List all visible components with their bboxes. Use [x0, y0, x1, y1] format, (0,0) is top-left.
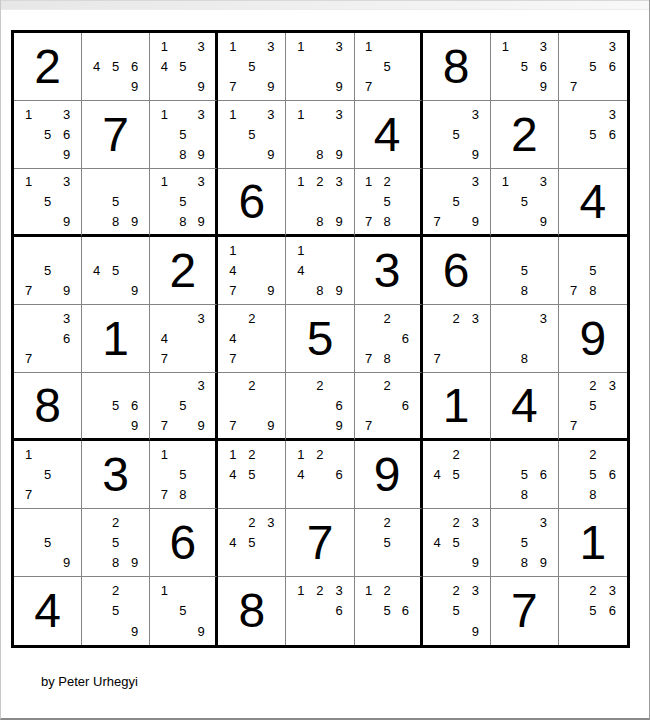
candidate-3	[466, 444, 485, 464]
candidate-1	[496, 308, 515, 328]
candidate-4	[496, 192, 515, 212]
candidate-3	[192, 444, 210, 464]
cell-r1c6[interactable]: 157	[355, 33, 423, 101]
candidate-2	[310, 240, 329, 260]
candidate-1	[87, 36, 106, 56]
candidate-2	[515, 172, 534, 192]
candidate-2: 2	[378, 376, 396, 396]
candidate-1	[496, 444, 515, 464]
candidate-9	[603, 415, 622, 435]
cell-r1c1[interactable]: 2	[14, 33, 82, 101]
cell-r6c9[interactable]: 2357	[559, 373, 627, 441]
cell-r8c3[interactable]: 6	[150, 509, 218, 577]
candidate-3	[261, 308, 280, 328]
cell-r6c2[interactable]: 569	[82, 373, 150, 441]
cell-r7c3[interactable]: 1578	[150, 441, 218, 509]
cell-r5c7[interactable]: 237	[423, 305, 491, 373]
candidate-4: 4	[223, 260, 242, 280]
cell-r4c1[interactable]: 579	[14, 237, 82, 305]
candidate-9: 9	[125, 77, 144, 97]
cell-r4c2[interactable]: 459	[82, 237, 150, 305]
candidate-9	[192, 349, 210, 369]
candidate-7	[291, 621, 310, 642]
pencil-marks: 1578	[150, 441, 215, 508]
pencil-marks: 568	[491, 441, 558, 508]
candidate-7: 7	[360, 211, 378, 231]
candidate-4: 4	[428, 532, 447, 552]
candidate-3	[534, 240, 553, 260]
candidate-2	[106, 240, 125, 260]
cell-r6c7[interactable]: 1	[423, 373, 491, 441]
candidate-7	[291, 415, 310, 435]
candidate-7	[87, 553, 106, 573]
cell-r8c4[interactable]: 2345	[218, 509, 286, 577]
cell-r1c2[interactable]: 4569	[82, 33, 150, 101]
candidate-8	[38, 211, 57, 231]
cell-r4c9[interactable]: 578	[559, 237, 627, 305]
cell-r1c5[interactable]: 139	[286, 33, 354, 101]
candidate-4	[360, 532, 378, 552]
candidate-4	[564, 464, 583, 484]
cell-r2c4[interactable]: 1359	[218, 101, 286, 169]
candidate-2: 2	[106, 512, 125, 532]
candidate-2: 2	[242, 376, 261, 396]
candidate-1	[564, 580, 583, 601]
candidate-3: 3	[192, 172, 210, 192]
candidate-8	[515, 77, 534, 97]
candidate-1	[496, 512, 515, 532]
candidate-9: 9	[466, 553, 485, 573]
cell-r3c9[interactable]: 4	[559, 169, 627, 237]
author-caption: by Peter Urhegyi	[41, 674, 138, 689]
candidate-2	[174, 172, 192, 192]
cell-r2c5[interactable]: 1389	[286, 101, 354, 169]
candidate-3	[261, 376, 280, 396]
candidate-5: 5	[106, 56, 125, 76]
cell-r7c6[interactable]: 9	[355, 441, 423, 509]
pencil-marks: 459	[82, 237, 149, 304]
cell-r5c1[interactable]: 367	[14, 305, 82, 373]
cell-r5c9[interactable]: 9	[559, 305, 627, 373]
cell-r1c8[interactable]: 13569	[491, 33, 559, 101]
cell-r3c2[interactable]: 589	[82, 169, 150, 237]
candidate-8	[583, 145, 602, 165]
cell-r8c7[interactable]: 23459	[423, 509, 491, 577]
cell-r4c8[interactable]: 58	[491, 237, 559, 305]
cell-r2c7[interactable]: 359	[423, 101, 491, 169]
candidate-9	[603, 485, 622, 505]
cell-r3c6[interactable]: 12578	[355, 169, 423, 237]
candidate-3: 3	[466, 512, 485, 532]
candidate-6	[534, 532, 553, 552]
candidate-6: 6	[57, 328, 76, 348]
candidate-3: 3	[330, 172, 349, 192]
candidate-9	[466, 485, 485, 505]
candidate-2: 2	[378, 172, 396, 192]
candidate-3	[125, 172, 144, 192]
candidate-3	[57, 444, 76, 464]
cell-r7c7[interactable]: 245	[423, 441, 491, 509]
cell-r3c5[interactable]: 12389	[286, 169, 354, 237]
cell-value: 1	[580, 519, 607, 567]
cell-r2c3[interactable]: 13589	[150, 101, 218, 169]
pencil-marks: 569	[82, 373, 149, 438]
cell-r8c8[interactable]: 3589	[491, 509, 559, 577]
cell-r5c8[interactable]: 38	[491, 305, 559, 373]
cell-r7c4[interactable]: 1245	[218, 441, 286, 509]
cell-value: 8	[443, 43, 470, 91]
candidate-4	[564, 260, 583, 280]
pencil-marks: 2678	[355, 305, 420, 372]
pencil-marks: 2568	[559, 441, 627, 508]
candidate-5: 5	[515, 260, 534, 280]
cell-r4c6[interactable]: 3	[355, 237, 423, 305]
candidate-4	[291, 601, 310, 622]
candidate-6	[330, 124, 349, 144]
candidate-6: 6	[396, 396, 414, 416]
pencil-marks: 12578	[355, 169, 420, 234]
cell-r4c7[interactable]: 6	[423, 237, 491, 305]
candidate-8	[38, 485, 57, 505]
candidate-8: 8	[310, 281, 329, 301]
candidate-7	[428, 553, 447, 573]
cell-r9c5[interactable]: 1236	[286, 577, 354, 645]
candidate-1	[428, 580, 447, 601]
candidate-4	[428, 192, 447, 212]
cell-r7c5[interactable]: 1246	[286, 441, 354, 509]
candidate-4	[496, 532, 515, 552]
candidate-4	[87, 192, 106, 212]
candidate-5: 5	[378, 192, 396, 212]
candidate-5: 5	[447, 601, 466, 622]
candidate-3: 3	[603, 36, 622, 56]
candidate-3	[396, 512, 414, 532]
cell-value: 4	[580, 178, 607, 226]
candidate-8	[242, 485, 261, 505]
cell-r5c2[interactable]: 1	[82, 305, 150, 373]
candidate-1: 1	[496, 36, 515, 56]
pencil-marks: 59	[14, 509, 81, 576]
cell-r6c3[interactable]: 3579	[150, 373, 218, 441]
cell-r2c1[interactable]: 13569	[14, 101, 82, 169]
candidate-5: 5	[242, 464, 261, 484]
cell-r4c3[interactable]: 2	[150, 237, 218, 305]
candidate-6	[57, 464, 76, 484]
candidate-6: 6	[534, 464, 553, 484]
pencil-marks: 1245	[218, 441, 285, 508]
candidate-7: 7	[360, 415, 378, 435]
candidate-7: 7	[155, 485, 173, 505]
cell-r7c2[interactable]: 3	[82, 441, 150, 509]
candidate-5	[242, 260, 261, 280]
candidate-7	[360, 621, 378, 642]
candidate-4	[19, 192, 38, 212]
candidate-1	[87, 512, 106, 532]
candidate-5: 5	[447, 532, 466, 552]
cell-r5c3[interactable]: 347	[150, 305, 218, 373]
cell-r3c7[interactable]: 3579	[423, 169, 491, 237]
candidate-9: 9	[57, 145, 76, 165]
pencil-marks: 58	[491, 237, 558, 304]
candidate-8: 8	[515, 281, 534, 301]
candidate-6	[192, 192, 210, 212]
candidate-3: 3	[57, 172, 76, 192]
cell-r1c9[interactable]: 3567	[559, 33, 627, 101]
candidate-5: 5	[38, 124, 57, 144]
candidate-7	[291, 211, 310, 231]
candidate-7	[223, 145, 242, 165]
candidate-5: 5	[174, 601, 192, 622]
cell-r3c8[interactable]: 1359	[491, 169, 559, 237]
candidate-3	[330, 444, 349, 464]
cell-r6c5[interactable]: 269	[286, 373, 354, 441]
candidate-4	[428, 328, 447, 348]
candidate-3: 3	[534, 172, 553, 192]
candidate-6	[534, 328, 553, 348]
cell-r7c9[interactable]: 2568	[559, 441, 627, 509]
candidate-1	[19, 512, 38, 532]
candidate-8	[378, 415, 396, 435]
candidate-4	[564, 601, 583, 622]
candidate-4	[87, 396, 106, 416]
candidate-9	[534, 281, 553, 301]
candidate-7	[155, 621, 173, 642]
candidate-2	[174, 36, 192, 56]
candidate-2	[174, 308, 192, 328]
candidate-6	[192, 328, 210, 348]
candidate-3: 3	[330, 580, 349, 601]
cell-r8c6[interactable]: 25	[355, 509, 423, 577]
candidate-9: 9	[466, 145, 485, 165]
cell-r4c4[interactable]: 1479	[218, 237, 286, 305]
candidate-1: 1	[496, 172, 515, 192]
candidate-3	[125, 240, 144, 260]
candidate-5: 5	[583, 124, 602, 144]
candidate-9	[57, 485, 76, 505]
cell-r8c1[interactable]: 59	[14, 509, 82, 577]
cell-r9c2[interactable]: 259	[82, 577, 150, 645]
candidate-5	[310, 601, 329, 622]
pencil-marks: 237	[423, 305, 490, 372]
candidate-8	[447, 349, 466, 369]
candidate-5: 5	[515, 56, 534, 76]
candidate-8	[106, 77, 125, 97]
candidate-2: 2	[447, 512, 466, 532]
candidate-1	[87, 376, 106, 396]
candidate-9: 9	[261, 77, 280, 97]
candidate-4	[360, 396, 378, 416]
candidate-2	[583, 104, 602, 124]
cell-r6c1[interactable]: 8	[14, 373, 82, 441]
pencil-marks: 2345	[218, 509, 285, 576]
pencil-marks: 13569	[14, 101, 81, 168]
candidate-6: 6	[396, 328, 414, 348]
candidate-2: 2	[583, 580, 602, 601]
candidate-3	[125, 512, 144, 532]
candidate-7: 7	[19, 281, 38, 301]
candidate-8: 8	[106, 553, 125, 573]
cell-r1c3[interactable]: 13459	[150, 33, 218, 101]
candidate-1: 1	[223, 240, 242, 260]
cell-r4c5[interactable]: 1489	[286, 237, 354, 305]
puzzle-window: 2456913459135791391578135693567135697135…	[0, 0, 650, 720]
candidate-1	[564, 376, 583, 396]
candidate-6	[466, 464, 485, 484]
cell-r8c5[interactable]: 7	[286, 509, 354, 577]
candidate-8: 8	[310, 145, 329, 165]
candidate-1: 1	[155, 104, 173, 124]
candidate-4: 4	[291, 260, 310, 280]
candidate-6	[57, 532, 76, 552]
candidate-1: 1	[291, 444, 310, 464]
cell-r1c7[interactable]: 8	[423, 33, 491, 101]
candidate-9: 9	[192, 621, 210, 642]
candidate-5: 5	[174, 124, 192, 144]
candidate-7: 7	[428, 349, 447, 369]
candidate-7	[564, 621, 583, 642]
candidate-8: 8	[583, 281, 602, 301]
cell-r9c1[interactable]: 4	[14, 577, 82, 645]
candidate-2: 2	[378, 512, 396, 532]
candidate-5: 5	[583, 56, 602, 76]
candidate-1: 1	[223, 444, 242, 464]
candidate-1: 1	[291, 36, 310, 56]
candidate-4	[19, 464, 38, 484]
cell-r9c6[interactable]: 1256	[355, 577, 423, 645]
cell-r5c4[interactable]: 247	[218, 305, 286, 373]
candidate-6	[125, 601, 144, 622]
candidate-8	[38, 349, 57, 369]
cell-r2c2[interactable]: 7	[82, 101, 150, 169]
candidate-1: 1	[155, 36, 173, 56]
cell-r8c9[interactable]: 1	[559, 509, 627, 577]
candidate-1: 1	[291, 104, 310, 124]
cell-r5c5[interactable]: 5	[286, 305, 354, 373]
cell-r3c1[interactable]: 1359	[14, 169, 82, 237]
candidate-9	[396, 77, 414, 97]
candidate-1	[428, 104, 447, 124]
candidate-6: 6	[125, 396, 144, 416]
cell-r9c8[interactable]: 7	[491, 577, 559, 645]
cell-r7c8[interactable]: 568	[491, 441, 559, 509]
candidate-4	[564, 396, 583, 416]
candidate-4	[155, 601, 173, 622]
candidate-1	[155, 376, 173, 396]
pencil-marks: 13579	[218, 33, 285, 100]
candidate-1: 1	[155, 580, 173, 601]
candidate-4	[19, 328, 38, 348]
candidate-4	[360, 192, 378, 212]
candidate-9: 9	[192, 415, 210, 435]
cell-r2c8[interactable]: 2	[491, 101, 559, 169]
candidate-4	[155, 396, 173, 416]
candidate-4	[291, 124, 310, 144]
candidate-8	[174, 77, 192, 97]
cell-r9c7[interactable]: 2359	[423, 577, 491, 645]
candidate-5: 5	[583, 464, 602, 484]
cell-r1c4[interactable]: 13579	[218, 33, 286, 101]
cell-r5c6[interactable]: 2678	[355, 305, 423, 373]
candidate-3: 3	[261, 512, 280, 532]
candidate-2: 2	[310, 580, 329, 601]
candidate-1	[564, 104, 583, 124]
candidate-7: 7	[155, 349, 173, 369]
candidate-5: 5	[174, 464, 192, 484]
cell-value: 1	[102, 315, 129, 363]
cell-r6c4[interactable]: 279	[218, 373, 286, 441]
cell-r8c2[interactable]: 2589	[82, 509, 150, 577]
candidate-2	[174, 580, 192, 601]
candidate-3	[330, 240, 349, 260]
cell-value: 2	[34, 43, 61, 91]
pencil-marks: 13459	[150, 33, 215, 100]
candidate-7	[87, 281, 106, 301]
candidate-8	[242, 281, 261, 301]
cell-r9c3[interactable]: 159	[150, 577, 218, 645]
candidate-1: 1	[223, 36, 242, 56]
candidate-8	[447, 553, 466, 573]
candidate-4	[291, 192, 310, 212]
candidate-4: 4	[223, 328, 242, 348]
candidate-5: 5	[583, 601, 602, 622]
cell-value: 1	[443, 382, 470, 430]
candidate-8	[242, 77, 261, 97]
candidate-5: 5	[378, 601, 396, 622]
cell-r2c6[interactable]: 4	[355, 101, 423, 169]
candidate-9	[534, 349, 553, 369]
candidate-2: 2	[447, 580, 466, 601]
candidate-8	[242, 349, 261, 369]
cell-r9c4[interactable]: 8	[218, 577, 286, 645]
candidate-4: 4	[87, 56, 106, 76]
candidate-8	[378, 621, 396, 642]
pencil-marks: 1256	[355, 577, 420, 645]
pencil-marks: 269	[286, 373, 353, 438]
candidate-8	[242, 145, 261, 165]
cell-r6c8[interactable]: 4	[491, 373, 559, 441]
candidate-8	[310, 77, 329, 97]
cell-r6c6[interactable]: 267	[355, 373, 423, 441]
candidate-2	[515, 512, 534, 532]
candidate-8	[583, 77, 602, 97]
cell-r9c9[interactable]: 2356	[559, 577, 627, 645]
candidate-1	[87, 172, 106, 192]
candidate-6	[603, 260, 622, 280]
cell-value: 2	[511, 111, 538, 159]
candidate-2: 2	[583, 376, 602, 396]
candidate-9: 9	[466, 621, 485, 642]
cell-r3c4[interactable]: 6	[218, 169, 286, 237]
cell-value: 7	[102, 111, 129, 159]
candidate-2: 2	[583, 444, 602, 464]
candidate-9	[330, 621, 349, 642]
candidate-3: 3	[192, 308, 210, 328]
candidate-5: 5	[38, 464, 57, 484]
candidate-8: 8	[174, 485, 192, 505]
candidate-7	[87, 77, 106, 97]
candidate-5: 5	[242, 56, 261, 76]
cell-r7c1[interactable]: 157	[14, 441, 82, 509]
candidate-3: 3	[466, 580, 485, 601]
candidate-1: 1	[360, 172, 378, 192]
candidate-2	[38, 512, 57, 532]
candidate-6	[466, 601, 485, 622]
candidate-2	[583, 36, 602, 56]
cell-r3c3[interactable]: 13589	[150, 169, 218, 237]
cell-r2c9[interactable]: 356	[559, 101, 627, 169]
candidate-5: 5	[106, 192, 125, 212]
candidate-6	[261, 396, 280, 416]
